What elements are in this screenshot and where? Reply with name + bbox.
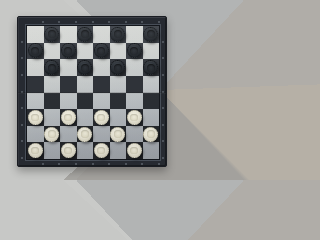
frame-stud [92, 21, 94, 23]
square[interactable] [77, 109, 94, 126]
frame-stud [141, 163, 143, 165]
frame-stud [162, 140, 164, 142]
frame-stud [162, 74, 164, 76]
square[interactable]: ⛀ [27, 142, 44, 159]
square[interactable] [44, 43, 61, 60]
square[interactable] [77, 93, 94, 110]
square[interactable] [126, 93, 143, 110]
square[interactable] [44, 142, 61, 159]
square[interactable] [110, 109, 127, 126]
checker-light-piece[interactable]: ⛀ [61, 143, 76, 158]
square[interactable] [60, 26, 77, 43]
square[interactable] [126, 26, 143, 43]
checkers-board: ⛂⛂⛂⛂⛂⛂⛂⛂⛂⛂⛂⛂⛀⛀⛀⛀⛀⛀⛀⛀⛀⛀⛀⛀ [17, 16, 167, 167]
square[interactable] [110, 43, 127, 60]
square[interactable]: ⛂ [143, 26, 160, 43]
frame-stud [92, 163, 94, 165]
square[interactable]: ⛂ [27, 43, 44, 60]
frame-stud [158, 21, 160, 23]
square[interactable] [143, 93, 160, 110]
board-inner-frame: ⛂⛂⛂⛂⛂⛂⛂⛂⛂⛂⛂⛂⛀⛀⛀⛀⛀⛀⛀⛀⛀⛀⛀⛀ [25, 24, 161, 161]
square[interactable] [143, 142, 160, 159]
square[interactable]: ⛀ [143, 126, 160, 143]
checker-dark-piece[interactable]: ⛂ [28, 43, 43, 58]
frame-stud [162, 157, 164, 159]
frame-stud [75, 163, 77, 165]
checker-light-piece[interactable]: ⛀ [127, 110, 142, 125]
square[interactable]: ⛀ [44, 126, 61, 143]
frame-stud [42, 163, 44, 165]
frame-stud [58, 163, 60, 165]
photo-background: { "game": { "name": "Checkers (Draughts)… [0, 0, 180, 180]
checker-light-piece[interactable]: ⛀ [28, 143, 43, 158]
frame-stud [162, 107, 164, 109]
checker-light-piece[interactable]: ⛀ [28, 110, 43, 125]
square[interactable] [93, 76, 110, 93]
square[interactable] [110, 93, 127, 110]
frame-stud [158, 163, 160, 165]
square[interactable] [126, 126, 143, 143]
square[interactable]: ⛀ [126, 142, 143, 159]
square[interactable] [143, 43, 160, 60]
square[interactable]: ⛀ [60, 109, 77, 126]
frame-stud [58, 21, 60, 23]
checker-dark-piece[interactable]: ⛂ [77, 27, 92, 42]
checker-light-piece[interactable]: ⛀ [110, 127, 125, 142]
square[interactable] [93, 126, 110, 143]
square[interactable] [60, 126, 77, 143]
square[interactable] [27, 126, 44, 143]
square[interactable]: ⛀ [27, 109, 44, 126]
checker-dark-piece[interactable]: ⛂ [44, 27, 59, 42]
square[interactable] [126, 59, 143, 76]
frame-stud [21, 124, 23, 126]
square[interactable] [93, 93, 110, 110]
checker-light-piece[interactable]: ⛀ [143, 127, 158, 142]
checker-dark-piece[interactable]: ⛂ [61, 43, 76, 58]
frame-stud [21, 57, 23, 59]
checker-dark-piece[interactable]: ⛂ [44, 60, 59, 75]
checker-light-piece[interactable]: ⛀ [94, 143, 109, 158]
frame-stud [162, 91, 164, 93]
square[interactable] [77, 43, 94, 60]
frame-stud [42, 21, 44, 23]
frame-stud [21, 157, 23, 159]
frame-stud [162, 41, 164, 43]
board-grid: ⛂⛂⛂⛂⛂⛂⛂⛂⛂⛂⛂⛂⛀⛀⛀⛀⛀⛀⛀⛀⛀⛀⛀⛀ [27, 26, 159, 159]
square[interactable] [77, 76, 94, 93]
checker-light-piece[interactable]: ⛀ [94, 110, 109, 125]
frame-stud [21, 107, 23, 109]
square[interactable]: ⛂ [126, 43, 143, 60]
square[interactable] [60, 93, 77, 110]
square[interactable] [60, 76, 77, 93]
checker-dark-piece[interactable]: ⛂ [143, 60, 158, 75]
square[interactable] [77, 142, 94, 159]
frame-stud [162, 57, 164, 59]
square[interactable] [44, 93, 61, 110]
frame-stud [162, 124, 164, 126]
square[interactable]: ⛀ [93, 142, 110, 159]
checker-light-piece[interactable]: ⛀ [127, 143, 142, 158]
square[interactable] [126, 76, 143, 93]
square[interactable]: ⛂ [60, 43, 77, 60]
square[interactable]: ⛂ [143, 59, 160, 76]
frame-stud [125, 21, 127, 23]
square[interactable]: ⛂ [110, 59, 127, 76]
square[interactable] [93, 59, 110, 76]
square[interactable]: ⛀ [126, 109, 143, 126]
square[interactable] [44, 76, 61, 93]
checker-light-piece[interactable]: ⛀ [61, 110, 76, 125]
square[interactable] [110, 142, 127, 159]
square[interactable] [143, 76, 160, 93]
square[interactable]: ⛀ [77, 126, 94, 143]
checker-dark-piece[interactable]: ⛂ [94, 43, 109, 58]
frame-stud [21, 140, 23, 142]
square[interactable] [27, 76, 44, 93]
square[interactable]: ⛀ [110, 126, 127, 143]
checker-dark-piece[interactable]: ⛂ [127, 43, 142, 58]
square[interactable]: ⛂ [77, 26, 94, 43]
checker-dark-piece[interactable]: ⛂ [110, 60, 125, 75]
square[interactable] [60, 59, 77, 76]
frame-stud [21, 91, 23, 93]
square[interactable]: ⛂ [44, 59, 61, 76]
square[interactable]: ⛂ [110, 26, 127, 43]
frame-stud [108, 21, 110, 23]
checker-light-piece[interactable]: ⛀ [77, 127, 92, 142]
square[interactable] [143, 109, 160, 126]
square[interactable] [27, 93, 44, 110]
checker-light-piece[interactable]: ⛀ [44, 127, 59, 142]
frame-stud [141, 21, 143, 23]
square[interactable] [44, 109, 61, 126]
square[interactable] [27, 59, 44, 76]
checker-dark-piece[interactable]: ⛂ [143, 27, 158, 42]
frame-stud [75, 21, 77, 23]
square[interactable] [27, 26, 44, 43]
square[interactable]: ⛀ [93, 109, 110, 126]
frame-stud [21, 41, 23, 43]
frame-stud [125, 163, 127, 165]
checker-dark-piece[interactable]: ⛂ [110, 27, 125, 42]
square[interactable] [110, 76, 127, 93]
square[interactable]: ⛂ [93, 43, 110, 60]
square[interactable]: ⛂ [77, 59, 94, 76]
square[interactable]: ⛀ [60, 142, 77, 159]
square[interactable] [93, 26, 110, 43]
checker-dark-piece[interactable]: ⛂ [77, 60, 92, 75]
frame-stud [21, 74, 23, 76]
frame-stud [108, 163, 110, 165]
square[interactable]: ⛂ [44, 26, 61, 43]
